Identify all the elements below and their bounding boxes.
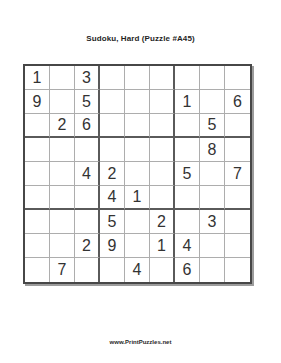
cell-r1c1[interactable]: 1 [25,66,50,90]
cell-r4c9[interactable] [225,138,250,162]
cell-r8c2[interactable] [50,234,75,258]
cell-r2c1[interactable]: 9 [25,90,50,114]
cell-r9c5[interactable]: 4 [125,258,150,282]
cell-r9c4[interactable] [100,258,125,282]
cell-r3c3[interactable]: 6 [75,114,100,138]
cell-r5c4[interactable]: 2 [100,162,125,186]
cell-r5c6[interactable] [150,162,175,186]
cell-r2c6[interactable] [150,90,175,114]
cell-r1c9[interactable] [225,66,250,90]
cell-r1c3[interactable]: 3 [75,66,100,90]
footer-url: www.PrintPuzzles.net [0,339,281,345]
cell-r9c3[interactable] [75,258,100,282]
cell-r7c9[interactable] [225,210,250,234]
cell-r6c8[interactable] [200,186,225,210]
cell-r6c4[interactable]: 4 [100,186,125,210]
cell-r9c9[interactable] [225,258,250,282]
cell-r8c7[interactable]: 4 [175,234,200,258]
cell-r3c9[interactable] [225,114,250,138]
sudoku-board: 13951626584257415232914746 [23,64,252,284]
cell-r1c2[interactable] [50,66,75,90]
cell-r7c2[interactable] [50,210,75,234]
cell-r3c4[interactable] [100,114,125,138]
cell-r3c5[interactable] [125,114,150,138]
cell-r2c4[interactable] [100,90,125,114]
cell-r7c8[interactable]: 3 [200,210,225,234]
cell-r6c6[interactable] [150,186,175,210]
cell-r2c8[interactable] [200,90,225,114]
cell-r6c1[interactable] [25,186,50,210]
cell-r7c1[interactable] [25,210,50,234]
cell-r6c3[interactable] [75,186,100,210]
cell-r2c9[interactable]: 6 [225,90,250,114]
cell-r8c1[interactable] [25,234,50,258]
cell-r6c2[interactable] [50,186,75,210]
cell-r1c5[interactable] [125,66,150,90]
cell-r1c8[interactable] [200,66,225,90]
cell-r9c1[interactable] [25,258,50,282]
cell-r9c2[interactable]: 7 [50,258,75,282]
cell-r8c6[interactable]: 1 [150,234,175,258]
cell-r5c2[interactable] [50,162,75,186]
cell-r7c3[interactable] [75,210,100,234]
cell-r3c6[interactable] [150,114,175,138]
cell-r4c8[interactable]: 8 [200,138,225,162]
cell-r2c3[interactable]: 5 [75,90,100,114]
cell-r3c2[interactable]: 2 [50,114,75,138]
cell-r4c5[interactable] [125,138,150,162]
cell-r8c8[interactable] [200,234,225,258]
cell-r5c8[interactable] [200,162,225,186]
cell-r4c1[interactable] [25,138,50,162]
cell-r5c5[interactable] [125,162,150,186]
cell-r3c1[interactable] [25,114,50,138]
cell-r5c7[interactable]: 5 [175,162,200,186]
cell-r4c7[interactable] [175,138,200,162]
cell-r3c8[interactable]: 5 [200,114,225,138]
cell-r9c7[interactable]: 6 [175,258,200,282]
cell-r2c5[interactable] [125,90,150,114]
cell-r5c3[interactable]: 4 [75,162,100,186]
cell-r7c5[interactable] [125,210,150,234]
cell-r5c1[interactable] [25,162,50,186]
cell-r9c8[interactable] [200,258,225,282]
cell-r4c4[interactable] [100,138,125,162]
cell-r4c3[interactable] [75,138,100,162]
cell-r1c7[interactable] [175,66,200,90]
sudoku-print-page: Sudoku, Hard (Puzzle #A45) 1395162658425… [0,0,281,363]
cell-r8c4[interactable]: 9 [100,234,125,258]
cell-r6c5[interactable]: 1 [125,186,150,210]
cell-r7c4[interactable]: 5 [100,210,125,234]
cell-r4c2[interactable] [50,138,75,162]
cell-r5c9[interactable]: 7 [225,162,250,186]
cell-r1c6[interactable] [150,66,175,90]
cell-r2c2[interactable] [50,90,75,114]
cell-r9c6[interactable] [150,258,175,282]
cell-r8c5[interactable] [125,234,150,258]
cell-r3c7[interactable] [175,114,200,138]
cell-r2c7[interactable]: 1 [175,90,200,114]
cell-r7c7[interactable] [175,210,200,234]
cell-r1c4[interactable] [100,66,125,90]
cell-r4c6[interactable] [150,138,175,162]
cell-r6c7[interactable] [175,186,200,210]
cell-r7c6[interactable]: 2 [150,210,175,234]
cell-r8c3[interactable]: 2 [75,234,100,258]
page-title: Sudoku, Hard (Puzzle #A45) [0,34,281,43]
cell-r6c9[interactable] [225,186,250,210]
cell-r8c9[interactable] [225,234,250,258]
